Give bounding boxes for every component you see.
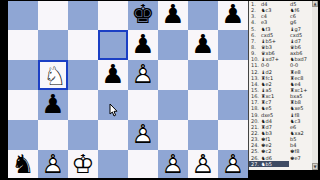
move-number[interactable]: 27. [249, 161, 260, 167]
white-P-piece: ♙ [38, 150, 68, 180]
square-a2[interactable]: ♞ [8, 150, 38, 180]
square-g6[interactable]: ♟ [188, 30, 218, 60]
square-e4[interactable] [128, 90, 158, 120]
square-c4[interactable] [68, 90, 98, 120]
square-f3[interactable] [158, 120, 188, 150]
square-a7[interactable] [8, 0, 38, 30]
white-P-piece-fill: ♟ [158, 150, 188, 180]
black-P-piece: ♟ [188, 30, 218, 60]
white-P-piece-fill: ♟ [128, 120, 158, 150]
square-d6[interactable] [98, 30, 128, 60]
square-c3[interactable] [68, 120, 98, 150]
white-P-piece: ♙ [128, 120, 158, 150]
white-P-piece-fill: ♟ [188, 150, 218, 180]
square-f4[interactable] [158, 90, 188, 120]
frame-edge-left [0, 0, 8, 180]
square-g5[interactable] [188, 60, 218, 90]
square-h5[interactable] [218, 60, 248, 90]
square-e7[interactable]: ♚ [128, 0, 158, 30]
square-a6[interactable] [8, 30, 38, 60]
square-a4[interactable] [8, 90, 38, 120]
square-c6[interactable] [68, 30, 98, 60]
square-g3[interactable] [188, 120, 218, 150]
square-f7[interactable]: ♟ [158, 0, 188, 30]
black-P-piece: ♟ [128, 30, 158, 60]
square-g2[interactable]: ♟♙ [188, 150, 218, 180]
square-a5[interactable] [8, 60, 38, 90]
black-K-piece: ♚ [128, 0, 158, 30]
square-h7[interactable]: ♟ [218, 0, 248, 30]
square-f6[interactable] [158, 30, 188, 60]
square-h2[interactable]: ♟♙ [218, 150, 248, 180]
square-d2[interactable] [98, 150, 128, 180]
white-P-piece: ♙ [188, 150, 218, 180]
square-e6[interactable]: ♟ [128, 30, 158, 60]
square-h6[interactable] [218, 30, 248, 60]
black-P-piece: ♟ [98, 60, 128, 90]
white-P-piece: ♙ [158, 150, 188, 180]
square-d3[interactable] [98, 120, 128, 150]
square-e5[interactable]: ♟♙ [128, 60, 158, 90]
square-f5[interactable] [158, 60, 188, 90]
square-b5[interactable]: ♞♘ [38, 60, 68, 90]
square-b2[interactable]: ♟♙ [38, 150, 68, 180]
white-K-piece-fill: ♚ [68, 150, 98, 180]
square-c5[interactable] [68, 60, 98, 90]
frame-edge-top [0, 0, 320, 1]
square-h3[interactable] [218, 120, 248, 150]
square-b7[interactable] [38, 0, 68, 30]
white-P-piece: ♙ [218, 150, 248, 180]
white-K-piece: ♔ [68, 150, 98, 180]
square-d7[interactable] [98, 0, 128, 30]
chess-board: ♚♟♟♟♟♞♘♟♟♙♟♟♙♞♟♙♚♔♟♙♟♙♟♙ [8, 0, 248, 180]
white-P-piece-fill: ♟ [218, 150, 248, 180]
black-P-piece: ♟ [38, 90, 68, 120]
square-b3[interactable] [38, 120, 68, 150]
black-P-piece: ♟ [218, 0, 248, 30]
square-b6[interactable] [38, 30, 68, 60]
square-d5[interactable]: ♟ [98, 60, 128, 90]
square-a3[interactable] [8, 120, 38, 150]
white-move[interactable]: ♞b5 [260, 161, 289, 167]
move-list: 1.d4d52.♞c3♞f63.c4c64.e3g65.♞f3♝g76.cxd5… [249, 1, 312, 167]
move-row-27[interactable]: 27.♞b5 [249, 161, 312, 167]
square-b4[interactable]: ♟ [38, 90, 68, 120]
white-P-piece-fill: ♟ [38, 150, 68, 180]
white-P-piece: ♙ [128, 60, 158, 90]
white-P-piece-fill: ♟ [128, 60, 158, 90]
square-e3[interactable]: ♟♙ [128, 120, 158, 150]
square-e2[interactable] [128, 150, 158, 180]
square-f2[interactable]: ♟♙ [158, 150, 188, 180]
move-list-panel: 1.d4d52.♞c3♞f63.c4c64.e3g65.♞f3♝g76.cxd5… [248, 0, 318, 170]
square-h4[interactable] [218, 90, 248, 120]
frame-edge-bottom [0, 178, 320, 180]
white-N-piece-fill: ♞ [40, 62, 70, 92]
white-N-piece: ♘ [40, 62, 70, 92]
black-move[interactable] [289, 161, 312, 167]
square-c7[interactable] [68, 0, 98, 30]
black-N-piece: ♞ [8, 150, 38, 180]
mouse-cursor-icon [109, 102, 118, 121]
app-window: ♚♟♟♟♟♞♘♟♟♙♟♟♙♞♟♙♚♔♟♙♟♙♟♙ 1.d4d52.♞c3♞f63… [0, 0, 320, 180]
square-c2[interactable]: ♚♔ [68, 150, 98, 180]
black-P-piece: ♟ [158, 0, 188, 30]
square-g4[interactable] [188, 90, 218, 120]
square-g7[interactable] [188, 0, 218, 30]
